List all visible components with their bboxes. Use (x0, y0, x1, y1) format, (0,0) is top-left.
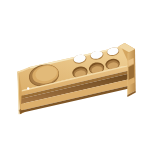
product-photo-canvas (0, 0, 160, 160)
test-tube-rack-photo (0, 0, 160, 160)
screw-highlight-dot (27, 87, 29, 89)
